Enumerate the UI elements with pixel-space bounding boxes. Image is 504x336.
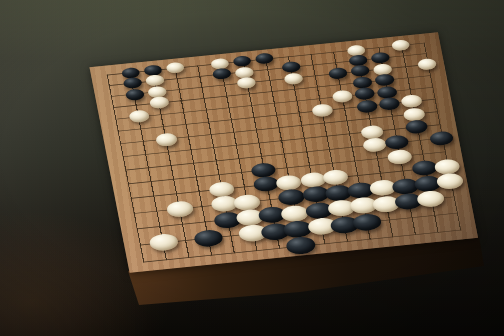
photo-scene — [0, 0, 504, 336]
photo-vignette — [0, 0, 504, 336]
